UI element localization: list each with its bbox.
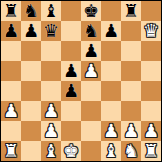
square-h3[interactable] <box>141 101 161 121</box>
black-king: ♚ <box>83 1 99 21</box>
square-e8[interactable]: ♚ <box>81 1 101 21</box>
square-b2[interactable] <box>21 121 41 141</box>
square-d4[interactable]: ♟ <box>61 81 81 101</box>
black-queen: ♛ <box>43 21 59 41</box>
square-h6[interactable] <box>141 41 161 61</box>
square-d3[interactable] <box>61 101 81 121</box>
white-king: ♚ <box>63 141 79 161</box>
square-c3[interactable]: ♟ <box>41 101 61 121</box>
square-g4[interactable] <box>121 81 141 101</box>
square-a4[interactable] <box>1 81 21 101</box>
square-a6[interactable] <box>1 41 21 61</box>
black-pawn: ♟ <box>23 21 39 41</box>
square-g2[interactable]: ♟ <box>121 121 141 141</box>
square-g7[interactable] <box>121 21 141 41</box>
chessboard: ♜♞♝♚♜♟♟♛♞♟♛♟♟♟♟♟♟♟♟♟♟♜♝♚♝♞♜ <box>0 0 162 162</box>
square-h7[interactable]: ♛ <box>141 21 161 41</box>
square-d8[interactable] <box>61 1 81 21</box>
white-pawn: ♟ <box>43 121 59 141</box>
square-c6[interactable] <box>41 41 61 61</box>
square-g8[interactable]: ♜ <box>121 1 141 21</box>
square-d1[interactable]: ♚ <box>61 141 81 161</box>
white-pawn: ♟ <box>3 101 19 121</box>
square-e1[interactable] <box>81 141 101 161</box>
square-c2[interactable]: ♟ <box>41 121 61 141</box>
square-d2[interactable] <box>61 121 81 141</box>
square-a5[interactable] <box>1 61 21 81</box>
square-b6[interactable] <box>21 41 41 61</box>
square-f5[interactable] <box>101 61 121 81</box>
white-bishop: ♝ <box>103 141 119 161</box>
square-a3[interactable]: ♟ <box>1 101 21 121</box>
white-pawn: ♟ <box>123 121 139 141</box>
square-c5[interactable] <box>41 61 61 81</box>
square-f8[interactable] <box>101 1 121 21</box>
square-d7[interactable] <box>61 21 81 41</box>
black-pawn: ♟ <box>63 61 79 81</box>
square-h2[interactable]: ♟ <box>141 121 161 141</box>
square-b8[interactable]: ♞ <box>21 1 41 21</box>
black-rook: ♜ <box>3 1 19 21</box>
white-pawn: ♟ <box>83 61 99 81</box>
square-a8[interactable]: ♜ <box>1 1 21 21</box>
square-h4[interactable] <box>141 81 161 101</box>
square-b1[interactable] <box>21 141 41 161</box>
black-pawn: ♟ <box>103 21 119 41</box>
square-a2[interactable] <box>1 121 21 141</box>
white-rook: ♜ <box>143 141 159 161</box>
square-f1[interactable]: ♝ <box>101 141 121 161</box>
square-c4[interactable] <box>41 81 61 101</box>
square-e4[interactable] <box>81 81 101 101</box>
white-rook: ♜ <box>3 141 19 161</box>
white-pawn: ♟ <box>43 101 59 121</box>
square-a1[interactable]: ♜ <box>1 141 21 161</box>
square-f4[interactable] <box>101 81 121 101</box>
square-c7[interactable]: ♛ <box>41 21 61 41</box>
square-h8[interactable] <box>141 1 161 21</box>
square-c1[interactable]: ♝ <box>41 141 61 161</box>
white-pawn: ♟ <box>143 121 159 141</box>
square-f3[interactable] <box>101 101 121 121</box>
square-h1[interactable]: ♜ <box>141 141 161 161</box>
square-b7[interactable]: ♟ <box>21 21 41 41</box>
black-knight: ♞ <box>83 21 99 41</box>
square-f7[interactable]: ♟ <box>101 21 121 41</box>
square-f2[interactable]: ♟ <box>101 121 121 141</box>
white-knight: ♞ <box>123 141 139 161</box>
square-g1[interactable]: ♞ <box>121 141 141 161</box>
square-h5[interactable] <box>141 61 161 81</box>
black-rook: ♜ <box>123 1 139 21</box>
square-e6[interactable]: ♟ <box>81 41 101 61</box>
square-b3[interactable] <box>21 101 41 121</box>
square-g3[interactable] <box>121 101 141 121</box>
black-pawn: ♟ <box>63 81 79 101</box>
square-f6[interactable] <box>101 41 121 61</box>
black-knight: ♞ <box>23 1 39 21</box>
square-c8[interactable]: ♝ <box>41 1 61 21</box>
square-g5[interactable] <box>121 61 141 81</box>
square-e5[interactable]: ♟ <box>81 61 101 81</box>
white-bishop: ♝ <box>43 141 59 161</box>
square-b4[interactable] <box>21 81 41 101</box>
white-queen: ♛ <box>143 21 159 41</box>
black-pawn: ♟ <box>3 21 19 41</box>
square-d5[interactable]: ♟ <box>61 61 81 81</box>
square-e2[interactable] <box>81 121 101 141</box>
square-a7[interactable]: ♟ <box>1 21 21 41</box>
black-pawn: ♟ <box>83 41 99 61</box>
square-e3[interactable] <box>81 101 101 121</box>
square-e7[interactable]: ♞ <box>81 21 101 41</box>
square-d6[interactable] <box>61 41 81 61</box>
square-g6[interactable] <box>121 41 141 61</box>
square-b5[interactable] <box>21 61 41 81</box>
black-bishop: ♝ <box>43 1 59 21</box>
white-pawn: ♟ <box>103 121 119 141</box>
